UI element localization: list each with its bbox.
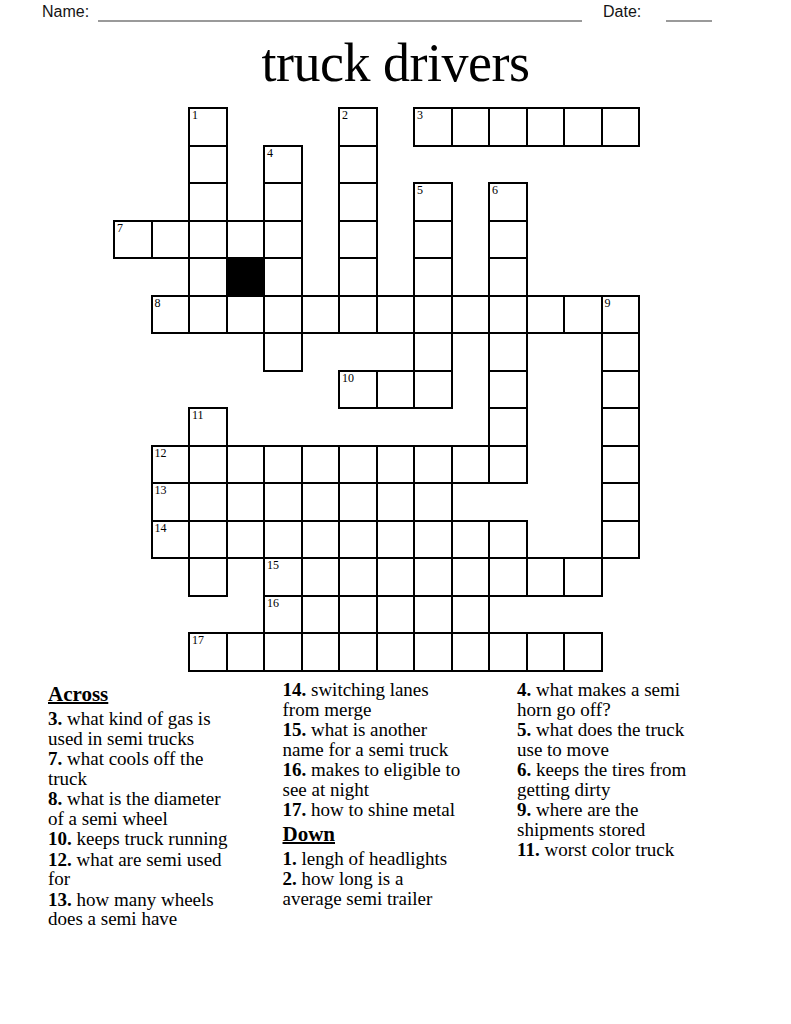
grid-cell[interactable] <box>488 407 528 447</box>
grid-cell[interactable] <box>226 445 266 485</box>
grid-cell[interactable] <box>338 145 378 185</box>
grid-cell[interactable] <box>226 520 266 560</box>
clue-number: 12. <box>48 849 72 870</box>
clue-number: 14. <box>283 679 307 700</box>
clue: 8. what is the diameter of a semi wheel <box>48 789 231 828</box>
grid-cell[interactable] <box>376 295 416 335</box>
name-label: Name: <box>42 3 89 21</box>
clue-section: Across3. what kind of gas is used in sem… <box>48 680 700 930</box>
grid-cell[interactable] <box>338 295 378 335</box>
grid-cell[interactable]: 17 <box>188 632 228 672</box>
clue: 14. switching lanes from merge <box>283 680 466 719</box>
clue-column: Across3. what kind of gas is used in sem… <box>48 680 231 930</box>
blocked-cell <box>226 257 266 297</box>
clue-number: 8. <box>48 788 62 809</box>
clue: 2. how long is a average semi trailer <box>283 869 466 908</box>
grid-cell[interactable] <box>601 520 641 560</box>
grid-cell[interactable] <box>301 595 341 635</box>
grid-cell[interactable] <box>376 445 416 485</box>
grid-cell[interactable] <box>451 557 491 597</box>
cell-number: 7 <box>117 222 123 235</box>
grid-cell[interactable] <box>226 295 266 335</box>
grid-cell[interactable] <box>263 520 303 560</box>
clue-number: 9. <box>517 799 531 820</box>
grid-cell[interactable]: 9 <box>601 295 641 335</box>
grid-cell[interactable] <box>263 257 303 297</box>
grid-cell[interactable] <box>338 595 378 635</box>
grid-cell[interactable] <box>526 107 566 147</box>
grid-cell[interactable] <box>263 482 303 522</box>
grid-cell[interactable] <box>601 332 641 372</box>
cell-number: 10 <box>342 372 354 385</box>
clue-number: 11. <box>517 839 540 860</box>
grid-cell[interactable] <box>526 557 566 597</box>
cell-number: 16 <box>267 597 279 610</box>
grid-cell[interactable] <box>376 557 416 597</box>
grid-cell[interactable] <box>188 182 228 222</box>
cell-number: 2 <box>342 109 348 122</box>
grid-cell[interactable] <box>376 595 416 635</box>
grid-cell[interactable] <box>301 520 341 560</box>
clue-number: 13. <box>48 889 72 910</box>
grid-cell[interactable] <box>601 445 641 485</box>
clue: 5. what does the truck use to move <box>517 720 700 759</box>
grid-cell[interactable] <box>188 257 228 297</box>
grid-cell[interactable]: 6 <box>488 182 528 222</box>
grid-cell[interactable] <box>488 107 528 147</box>
name-blank-line[interactable] <box>98 2 582 22</box>
cell-number: 11 <box>192 409 204 422</box>
grid-cell[interactable] <box>301 632 341 672</box>
grid-cell[interactable] <box>338 632 378 672</box>
clue: 1. lengh of headlights <box>283 849 466 869</box>
clue-number: 3. <box>48 708 62 729</box>
grid-cell[interactable] <box>451 520 491 560</box>
grid-cell[interactable]: 3 <box>413 107 453 147</box>
grid-cell[interactable] <box>263 295 303 335</box>
grid-cell[interactable] <box>563 632 603 672</box>
cell-number: 5 <box>417 184 423 197</box>
grid-cell[interactable]: 2 <box>338 107 378 147</box>
cell-number: 15 <box>267 559 279 572</box>
grid-cell[interactable] <box>413 595 453 635</box>
grid-cell[interactable] <box>413 370 453 410</box>
clue-number: 5. <box>517 719 531 740</box>
grid-cell[interactable] <box>451 595 491 635</box>
grid-cell[interactable] <box>488 220 528 260</box>
grid-cell[interactable] <box>301 482 341 522</box>
grid-cell[interactable]: 15 <box>263 557 303 597</box>
cell-number: 13 <box>155 484 167 497</box>
grid-cell[interactable] <box>338 482 378 522</box>
grid-cell[interactable] <box>188 520 228 560</box>
grid-cell[interactable] <box>301 445 341 485</box>
grid-cell[interactable] <box>488 632 528 672</box>
clue-column: 14. switching lanes from merge15. what i… <box>283 680 466 930</box>
grid-cell[interactable] <box>188 220 228 260</box>
grid-cell[interactable]: 10 <box>338 370 378 410</box>
clue: 3. what kind of gas is used in semi truc… <box>48 709 231 748</box>
grid-cell[interactable] <box>563 295 603 335</box>
grid-cell[interactable] <box>263 445 303 485</box>
clue: 17. how to shine metal <box>283 800 466 820</box>
grid-cell[interactable] <box>376 520 416 560</box>
clue: 6. keeps the tires from getting dirty <box>517 760 700 799</box>
clue-column: 4. what makes a semi horn go off?5. what… <box>517 680 700 930</box>
grid-cell[interactable] <box>338 520 378 560</box>
cell-number: 9 <box>605 297 611 310</box>
grid-cell[interactable] <box>413 520 453 560</box>
grid-cell[interactable] <box>338 182 378 222</box>
grid-cell[interactable] <box>563 557 603 597</box>
grid-cell[interactable] <box>338 220 378 260</box>
grid-cell[interactable] <box>263 332 303 372</box>
clue-number: 16. <box>283 759 307 780</box>
clue: 16. makes to eligible to see at night <box>283 760 466 799</box>
grid-cell[interactable] <box>488 370 528 410</box>
grid-cell[interactable] <box>188 295 228 335</box>
grid-cell[interactable] <box>451 445 491 485</box>
grid-cell[interactable] <box>601 407 641 447</box>
clue: 10. keeps truck running <box>48 829 231 849</box>
grid-cell[interactable] <box>188 482 228 522</box>
clue-number: 15. <box>283 719 307 740</box>
clue-number: 7. <box>48 748 62 769</box>
grid-cell[interactable] <box>263 182 303 222</box>
clue-number: 10. <box>48 828 72 849</box>
grid-cell[interactable] <box>488 520 528 560</box>
grid-cell[interactable] <box>413 257 453 297</box>
grid-cell[interactable] <box>488 557 528 597</box>
grid-cell[interactable] <box>263 220 303 260</box>
grid-cell[interactable]: 13 <box>151 482 191 522</box>
grid-cell[interactable] <box>526 295 566 335</box>
grid-cell[interactable] <box>413 632 453 672</box>
cell-number: 17 <box>192 634 204 647</box>
grid-cell[interactable]: 16 <box>263 595 303 635</box>
grid-cell[interactable] <box>451 632 491 672</box>
clue: 13. how many wheels does a semi have <box>48 890 231 929</box>
clue-number: 17. <box>283 799 307 820</box>
grid-cell[interactable]: 5 <box>413 182 453 222</box>
clue: 11. worst color truck <box>517 840 700 860</box>
grid-cell[interactable] <box>526 632 566 672</box>
grid-cell[interactable] <box>563 107 603 147</box>
grid-cell[interactable] <box>376 632 416 672</box>
clue-list-heading: Across <box>48 683 231 705</box>
cell-number: 14 <box>155 522 167 535</box>
clue-number: 6. <box>517 759 531 780</box>
grid-cell[interactable] <box>488 332 528 372</box>
cell-number: 4 <box>267 147 273 160</box>
clue: 7. what cools off the truck <box>48 749 231 788</box>
grid-cell[interactable] <box>188 557 228 597</box>
grid-cell[interactable] <box>413 295 453 335</box>
grid-cell[interactable] <box>188 145 228 185</box>
grid-cell[interactable] <box>413 557 453 597</box>
grid-cell[interactable] <box>488 295 528 335</box>
grid-cell[interactable]: 4 <box>263 145 303 185</box>
grid-cell[interactable]: 11 <box>188 407 228 447</box>
grid-cell[interactable]: 7 <box>113 220 153 260</box>
grid-cell[interactable]: 8 <box>151 295 191 335</box>
grid-cell[interactable] <box>226 632 266 672</box>
date-label: Date: <box>603 3 641 21</box>
clue-list-heading: Down <box>283 823 466 845</box>
grid-cell[interactable]: 1 <box>188 107 228 147</box>
cell-number: 1 <box>192 109 198 122</box>
clue: 9. where are the shipments stored <box>517 800 700 839</box>
cell-number: 6 <box>492 184 498 197</box>
grid-cell[interactable]: 12 <box>151 445 191 485</box>
cell-number: 12 <box>155 447 167 460</box>
crossword-worksheet: { "game": "crossword", "title": "truck d… <box>0 0 791 1024</box>
clue: 12. what are semi used for <box>48 850 231 889</box>
grid-cell[interactable] <box>488 257 528 297</box>
grid-cell[interactable] <box>413 332 453 372</box>
grid-cell[interactable] <box>413 482 453 522</box>
date-blank-line[interactable] <box>666 2 712 22</box>
grid-cell[interactable] <box>263 632 303 672</box>
grid-cell[interactable] <box>601 482 641 522</box>
grid-cell[interactable] <box>338 445 378 485</box>
clue: 15. what is another name for a semi truc… <box>283 720 466 759</box>
crossword-grid: 1234567891011121314151617 <box>114 108 639 671</box>
grid-cell[interactable] <box>301 557 341 597</box>
grid-cell[interactable] <box>451 295 491 335</box>
cell-number: 3 <box>417 109 423 122</box>
grid-cell[interactable] <box>338 257 378 297</box>
cell-number: 8 <box>155 297 161 310</box>
grid-cell[interactable]: 14 <box>151 520 191 560</box>
clue-number: 2. <box>283 868 297 889</box>
grid-cell[interactable] <box>151 220 191 260</box>
grid-cell[interactable] <box>376 482 416 522</box>
clue-number: 1. <box>283 848 297 869</box>
grid-cell[interactable] <box>601 107 641 147</box>
clue-number: 4. <box>517 679 531 700</box>
grid-cell[interactable] <box>413 445 453 485</box>
grid-cell[interactable] <box>488 445 528 485</box>
puzzle-title: truck drivers <box>0 36 791 90</box>
grid-cell[interactable] <box>413 220 453 260</box>
clue: 4. what makes a semi horn go off? <box>517 680 700 719</box>
grid-cell[interactable] <box>226 220 266 260</box>
grid-cell[interactable] <box>188 445 228 485</box>
grid-cell[interactable] <box>376 370 416 410</box>
grid-cell[interactable] <box>451 107 491 147</box>
grid-cell[interactable] <box>301 295 341 335</box>
grid-cell[interactable] <box>601 370 641 410</box>
grid-cell[interactable] <box>226 482 266 522</box>
grid-cell[interactable] <box>338 557 378 597</box>
